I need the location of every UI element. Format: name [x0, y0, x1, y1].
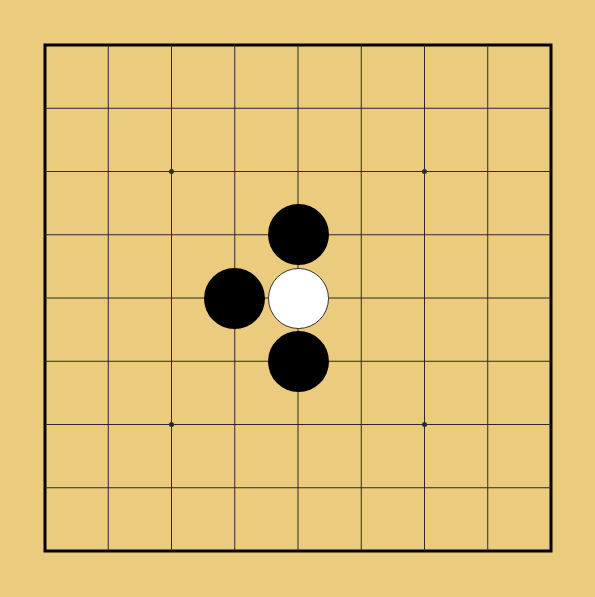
- intersection-J7[interactable]: [519, 140, 582, 203]
- intersection-J8[interactable]: [519, 77, 582, 140]
- intersection-F7[interactable]: [330, 140, 393, 203]
- intersection-C2[interactable]: [140, 456, 203, 519]
- intersection-J9[interactable]: [519, 13, 582, 76]
- intersection-A8[interactable]: [13, 77, 76, 140]
- intersection-E2[interactable]: [266, 456, 329, 519]
- go-board[interactable]: [13, 13, 582, 582]
- intersection-B1[interactable]: [77, 519, 140, 582]
- intersection-C7[interactable]: [140, 140, 203, 203]
- intersection-E8[interactable]: [266, 77, 329, 140]
- intersection-F5[interactable]: [330, 266, 393, 329]
- intersection-D2[interactable]: [203, 456, 266, 519]
- intersection-J5[interactable]: [519, 266, 582, 329]
- intersection-F8[interactable]: [330, 77, 393, 140]
- black-stone-E6: [268, 204, 329, 265]
- black-stone-D5: [204, 268, 265, 329]
- intersection-D7[interactable]: [203, 140, 266, 203]
- intersection-E3[interactable]: [266, 393, 329, 456]
- intersection-E4[interactable]: [266, 330, 329, 393]
- white-stone-E5: [268, 268, 329, 329]
- intersection-A3[interactable]: [13, 393, 76, 456]
- intersection-H8[interactable]: [456, 77, 519, 140]
- intersection-J4[interactable]: [519, 330, 582, 393]
- intersection-J1[interactable]: [519, 519, 582, 582]
- intersection-A6[interactable]: [13, 203, 76, 266]
- intersection-H5[interactable]: [456, 266, 519, 329]
- intersection-B5[interactable]: [77, 266, 140, 329]
- intersection-G5[interactable]: [393, 266, 456, 329]
- intersection-H6[interactable]: [456, 203, 519, 266]
- intersection-A5[interactable]: [13, 266, 76, 329]
- intersection-A9[interactable]: [13, 13, 76, 76]
- intersection-E6[interactable]: [266, 203, 329, 266]
- intersection-H4[interactable]: [456, 330, 519, 393]
- intersection-B3[interactable]: [77, 393, 140, 456]
- intersection-G8[interactable]: [393, 77, 456, 140]
- intersection-F9[interactable]: [330, 13, 393, 76]
- intersection-A7[interactable]: [13, 140, 76, 203]
- intersection-C4[interactable]: [140, 330, 203, 393]
- intersection-C1[interactable]: [140, 519, 203, 582]
- intersection-H3[interactable]: [456, 393, 519, 456]
- intersection-C3[interactable]: [140, 393, 203, 456]
- intersection-C8[interactable]: [140, 77, 203, 140]
- go-board-page: [0, 0, 595, 597]
- intersection-A2[interactable]: [13, 456, 76, 519]
- intersection-H2[interactable]: [456, 456, 519, 519]
- intersection-B7[interactable]: [77, 140, 140, 203]
- intersection-D3[interactable]: [203, 393, 266, 456]
- intersection-F1[interactable]: [330, 519, 393, 582]
- intersection-D1[interactable]: [203, 519, 266, 582]
- intersection-B6[interactable]: [77, 203, 140, 266]
- intersection-A1[interactable]: [13, 519, 76, 582]
- intersection-F6[interactable]: [330, 203, 393, 266]
- intersection-B2[interactable]: [77, 456, 140, 519]
- intersection-H9[interactable]: [456, 13, 519, 76]
- intersection-G1[interactable]: [393, 519, 456, 582]
- intersection-C9[interactable]: [140, 13, 203, 76]
- intersection-D6[interactable]: [203, 203, 266, 266]
- intersection-J6[interactable]: [519, 203, 582, 266]
- intersection-F2[interactable]: [330, 456, 393, 519]
- intersection-F3[interactable]: [330, 393, 393, 456]
- intersection-J2[interactable]: [519, 456, 582, 519]
- intersection-B9[interactable]: [77, 13, 140, 76]
- intersection-E7[interactable]: [266, 140, 329, 203]
- intersection-G7[interactable]: [393, 140, 456, 203]
- intersection-G4[interactable]: [393, 330, 456, 393]
- intersection-A4[interactable]: [13, 330, 76, 393]
- intersection-D8[interactable]: [203, 77, 266, 140]
- intersection-D5[interactable]: [203, 266, 266, 329]
- intersection-F4[interactable]: [330, 330, 393, 393]
- black-stone-E4: [268, 331, 329, 392]
- intersection-H7[interactable]: [456, 140, 519, 203]
- intersection-D4[interactable]: [203, 330, 266, 393]
- intersection-B8[interactable]: [77, 77, 140, 140]
- intersection-J3[interactable]: [519, 393, 582, 456]
- intersection-D9[interactable]: [203, 13, 266, 76]
- intersection-G2[interactable]: [393, 456, 456, 519]
- intersection-G9[interactable]: [393, 13, 456, 76]
- intersection-C6[interactable]: [140, 203, 203, 266]
- intersection-E9[interactable]: [266, 13, 329, 76]
- intersection-H1[interactable]: [456, 519, 519, 582]
- intersection-B4[interactable]: [77, 330, 140, 393]
- intersection-G3[interactable]: [393, 393, 456, 456]
- intersection-C5[interactable]: [140, 266, 203, 329]
- intersection-E5[interactable]: [266, 266, 329, 329]
- intersection-E1[interactable]: [266, 519, 329, 582]
- intersection-G6[interactable]: [393, 203, 456, 266]
